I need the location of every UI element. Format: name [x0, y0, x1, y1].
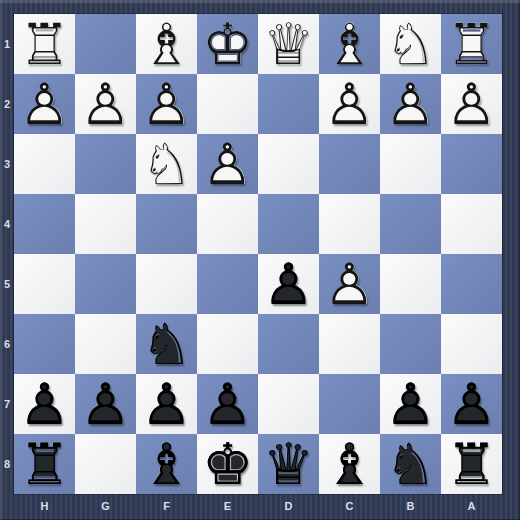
piece-black-pawn[interactable]: ♟♙	[75, 374, 136, 434]
white-king-outline-glyph: ♔	[197, 14, 258, 74]
square-c4[interactable]	[319, 194, 380, 254]
square-c3[interactable]	[319, 134, 380, 194]
black-bishop-outline-glyph: ♗	[136, 434, 197, 494]
square-d8[interactable]: ♛♕	[258, 434, 319, 494]
square-h5[interactable]	[14, 254, 75, 314]
square-f4[interactable]	[136, 194, 197, 254]
piece-white-bishop[interactable]: ♝♗	[136, 14, 197, 74]
piece-white-rook[interactable]: ♜♖	[14, 14, 75, 74]
piece-black-pawn[interactable]: ♟♙	[14, 374, 75, 434]
rank-label-5: 5	[0, 254, 14, 314]
piece-white-pawn[interactable]: ♟♙	[380, 74, 441, 134]
chess-board-frame: 12345678 ♜♖♝♗♚♔♛♕♝♗♞♘♜♖♟♙♟♙♟♙♟♙♟♙♟♙♞♘♟♙♟…	[0, 0, 520, 520]
chess-board: ♜♖♝♗♚♔♛♕♝♗♞♘♜♖♟♙♟♙♟♙♟♙♟♙♟♙♞♘♟♙♟♙♟♙♞♘♟♙♟♙…	[14, 14, 502, 494]
square-b2[interactable]: ♟♙	[380, 74, 441, 134]
black-pawn-outline-glyph: ♙	[14, 374, 75, 434]
black-pawn-outline-glyph: ♙	[75, 374, 136, 434]
piece-black-bishop[interactable]: ♝♗	[136, 434, 197, 494]
piece-black-knight[interactable]: ♞♘	[136, 314, 197, 374]
square-d2[interactable]	[258, 74, 319, 134]
square-f2[interactable]: ♟♙	[136, 74, 197, 134]
rank-label-7: 7	[0, 374, 14, 434]
rank-label-8: 8	[0, 434, 14, 494]
square-c6[interactable]	[319, 314, 380, 374]
square-f7[interactable]: ♟♙	[136, 374, 197, 434]
square-f3[interactable]: ♞♘	[136, 134, 197, 194]
white-bishop-outline-glyph: ♗	[136, 14, 197, 74]
square-g3[interactable]	[75, 134, 136, 194]
white-queen-outline-glyph: ♕	[258, 14, 319, 74]
black-pawn-outline-glyph: ♙	[380, 374, 441, 434]
square-g4[interactable]	[75, 194, 136, 254]
square-c1[interactable]: ♝♗	[319, 14, 380, 74]
square-g2[interactable]: ♟♙	[75, 74, 136, 134]
white-pawn-outline-glyph: ♙	[441, 74, 502, 134]
black-king-outline-glyph: ♔	[197, 434, 258, 494]
square-f5[interactable]	[136, 254, 197, 314]
square-h4[interactable]	[14, 194, 75, 254]
square-b6[interactable]	[380, 314, 441, 374]
file-label-a: A	[441, 494, 502, 520]
square-g7[interactable]: ♟♙	[75, 374, 136, 434]
piece-black-pawn[interactable]: ♟♙	[197, 374, 258, 434]
square-f1[interactable]: ♝♗	[136, 14, 197, 74]
square-f6[interactable]: ♞♘	[136, 314, 197, 374]
black-knight-outline-glyph: ♘	[136, 314, 197, 374]
file-label-h: H	[14, 494, 75, 520]
piece-black-pawn[interactable]: ♟♙	[380, 374, 441, 434]
square-h7[interactable]: ♟♙	[14, 374, 75, 434]
square-a7[interactable]: ♟♙	[441, 374, 502, 434]
piece-white-pawn[interactable]: ♟♙	[441, 74, 502, 134]
square-b3[interactable]	[380, 134, 441, 194]
piece-black-queen[interactable]: ♛♕	[258, 434, 319, 494]
rank-label-3: 3	[0, 134, 14, 194]
square-c8[interactable]: ♝♗	[319, 434, 380, 494]
piece-white-rook[interactable]: ♜♖	[441, 14, 502, 74]
square-a5[interactable]	[441, 254, 502, 314]
square-d3[interactable]	[258, 134, 319, 194]
square-d4[interactable]	[258, 194, 319, 254]
white-pawn-outline-glyph: ♙	[319, 74, 380, 134]
square-h8[interactable]: ♜♖	[14, 434, 75, 494]
piece-white-pawn[interactable]: ♟♙	[319, 74, 380, 134]
white-knight-outline-glyph: ♘	[380, 14, 441, 74]
square-e8[interactable]: ♚♔	[197, 434, 258, 494]
rank-label-6: 6	[0, 314, 14, 374]
square-b1[interactable]: ♞♘	[380, 14, 441, 74]
square-d6[interactable]	[258, 314, 319, 374]
square-e2[interactable]	[197, 74, 258, 134]
black-queen-outline-glyph: ♕	[258, 434, 319, 494]
white-pawn-outline-glyph: ♙	[380, 74, 441, 134]
square-a4[interactable]	[441, 194, 502, 254]
white-pawn-outline-glyph: ♙	[197, 134, 258, 194]
piece-black-pawn[interactable]: ♟♙	[441, 374, 502, 434]
piece-white-pawn[interactable]: ♟♙	[197, 134, 258, 194]
piece-black-rook[interactable]: ♜♖	[14, 434, 75, 494]
black-pawn-outline-glyph: ♙	[136, 374, 197, 434]
black-rook-outline-glyph: ♖	[441, 434, 502, 494]
square-d1[interactable]: ♛♕	[258, 14, 319, 74]
file-labels: HGFEDCBA	[14, 494, 502, 520]
square-g6[interactable]	[75, 314, 136, 374]
white-pawn-outline-glyph: ♙	[14, 74, 75, 134]
black-bishop-outline-glyph: ♗	[319, 434, 380, 494]
file-label-c: C	[319, 494, 380, 520]
rank-label-2: 2	[0, 74, 14, 134]
white-pawn-outline-glyph: ♙	[319, 254, 380, 314]
square-g5[interactable]	[75, 254, 136, 314]
piece-white-knight[interactable]: ♞♘	[380, 14, 441, 74]
square-d7[interactable]	[258, 374, 319, 434]
square-h3[interactable]	[14, 134, 75, 194]
square-b7[interactable]: ♟♙	[380, 374, 441, 434]
rank-label-4: 4	[0, 194, 14, 254]
square-f8[interactable]: ♝♗	[136, 434, 197, 494]
piece-white-king[interactable]: ♚♔	[197, 14, 258, 74]
piece-black-bishop[interactable]: ♝♗	[319, 434, 380, 494]
file-label-b: B	[380, 494, 441, 520]
file-label-f: F	[136, 494, 197, 520]
rank-labels: 12345678	[0, 14, 14, 494]
square-a2[interactable]: ♟♙	[441, 74, 502, 134]
white-rook-outline-glyph: ♖	[441, 14, 502, 74]
square-e5[interactable]	[197, 254, 258, 314]
piece-white-pawn[interactable]: ♟♙	[319, 254, 380, 314]
square-a1[interactable]: ♜♖	[441, 14, 502, 74]
square-a8[interactable]: ♜♖	[441, 434, 502, 494]
square-e3[interactable]: ♟♙	[197, 134, 258, 194]
square-h1[interactable]: ♜♖	[14, 14, 75, 74]
file-label-g: G	[75, 494, 136, 520]
square-g8[interactable]	[75, 434, 136, 494]
piece-white-bishop[interactable]: ♝♗	[319, 14, 380, 74]
square-b5[interactable]	[380, 254, 441, 314]
black-pawn-outline-glyph: ♙	[441, 374, 502, 434]
piece-black-pawn[interactable]: ♟♙	[136, 374, 197, 434]
square-b8[interactable]: ♞♘	[380, 434, 441, 494]
square-e4[interactable]	[197, 194, 258, 254]
black-knight-outline-glyph: ♘	[380, 434, 441, 494]
white-knight-outline-glyph: ♘	[136, 134, 197, 194]
white-pawn-outline-glyph: ♙	[75, 74, 136, 134]
square-b4[interactable]	[380, 194, 441, 254]
piece-black-king[interactable]: ♚♔	[197, 434, 258, 494]
black-pawn-outline-glyph: ♙	[197, 374, 258, 434]
piece-white-queen[interactable]: ♛♕	[258, 14, 319, 74]
piece-white-pawn[interactable]: ♟♙	[14, 74, 75, 134]
square-a6[interactable]	[441, 314, 502, 374]
piece-white-pawn[interactable]: ♟♙	[75, 74, 136, 134]
square-c7[interactable]	[319, 374, 380, 434]
square-e1[interactable]: ♚♔	[197, 14, 258, 74]
piece-black-knight[interactable]: ♞♘	[380, 434, 441, 494]
square-e7[interactable]: ♟♙	[197, 374, 258, 434]
square-e6[interactable]	[197, 314, 258, 374]
piece-white-pawn[interactable]: ♟♙	[136, 74, 197, 134]
piece-white-knight[interactable]: ♞♘	[136, 134, 197, 194]
white-rook-outline-glyph: ♖	[14, 14, 75, 74]
square-h6[interactable]	[14, 314, 75, 374]
file-label-e: E	[197, 494, 258, 520]
square-d5[interactable]: ♟♙	[258, 254, 319, 314]
piece-black-pawn[interactable]: ♟♙	[258, 254, 319, 314]
black-rook-outline-glyph: ♖	[14, 434, 75, 494]
black-pawn-outline-glyph: ♙	[258, 254, 319, 314]
square-c5[interactable]: ♟♙	[319, 254, 380, 314]
square-c2[interactable]: ♟♙	[319, 74, 380, 134]
white-pawn-outline-glyph: ♙	[136, 74, 197, 134]
square-a3[interactable]	[441, 134, 502, 194]
rank-label-1: 1	[0, 14, 14, 74]
white-bishop-outline-glyph: ♗	[319, 14, 380, 74]
square-g1[interactable]	[75, 14, 136, 74]
piece-black-rook[interactable]: ♜♖	[441, 434, 502, 494]
square-h2[interactable]: ♟♙	[14, 74, 75, 134]
file-label-d: D	[258, 494, 319, 520]
